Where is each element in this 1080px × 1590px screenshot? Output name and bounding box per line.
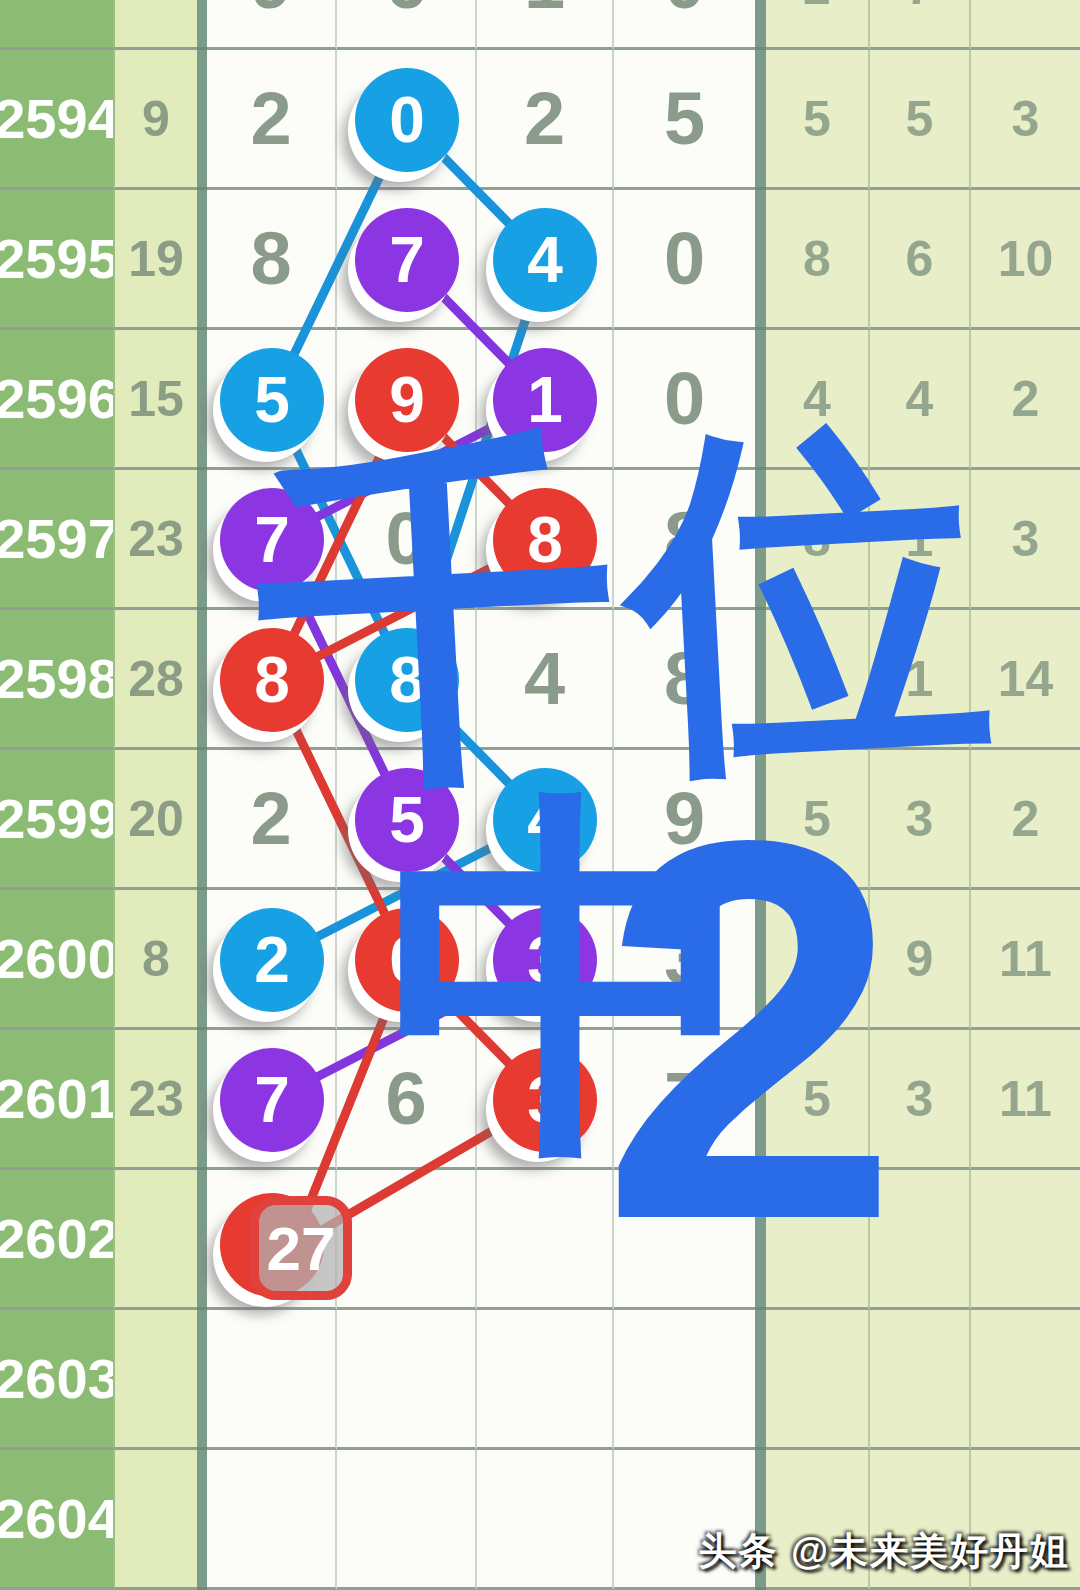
circle-digit: 7 [389,223,425,297]
circle-digit: 4 [527,223,563,297]
circle-digit: 0 [389,83,425,157]
trend-circle-blue: 0 [355,68,459,172]
circle-digit: 7 [254,1063,290,1137]
trend-chart-board: 9 6 1 0 2 7 2594 9 2 2 5 5 5 3 2595 19 8… [0,0,1080,1590]
overlay-text-two: 2 [600,760,900,1300]
trend-circle-blue: 2 [220,908,324,1012]
trend-circle-purple: 7 [220,1048,324,1152]
prediction-box: 27 [250,1196,352,1300]
watermark: 头条 @未来美好丹姐 [698,1526,1070,1577]
circle-digit: 2 [254,923,290,997]
trend-circle-purple: 7 [355,208,459,312]
trend-circle-blue: 4 [493,208,597,312]
